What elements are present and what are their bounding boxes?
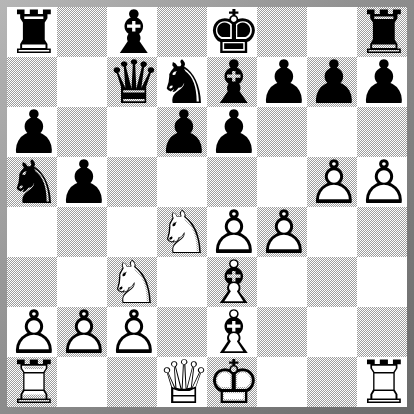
square-f1[interactable] bbox=[257, 357, 307, 407]
square-g4[interactable] bbox=[307, 207, 357, 257]
square-c4[interactable] bbox=[107, 207, 157, 257]
square-b1[interactable] bbox=[57, 357, 107, 407]
square-a8[interactable]: ♜ bbox=[7, 7, 57, 57]
square-a5[interactable]: ♞ bbox=[7, 157, 57, 207]
square-a1[interactable]: ♜♖ bbox=[7, 357, 57, 407]
square-h8[interactable]: ♜ bbox=[357, 7, 407, 57]
black-rook-icon[interactable]: ♜ bbox=[7, 7, 57, 57]
white-bishop-outline: ♗ bbox=[207, 301, 257, 363]
square-h7[interactable]: ♟ bbox=[357, 57, 407, 107]
square-b7[interactable] bbox=[57, 57, 107, 107]
white-rook-icon[interactable]: ♜♖ bbox=[357, 357, 407, 407]
white-rook-outline: ♖ bbox=[357, 351, 407, 413]
square-h3[interactable] bbox=[357, 257, 407, 307]
white-queen-icon[interactable]: ♛♕ bbox=[157, 357, 207, 407]
square-e1[interactable]: ♚♔ bbox=[207, 357, 257, 407]
square-h5[interactable]: ♟♙ bbox=[357, 157, 407, 207]
square-c2[interactable]: ♟♙ bbox=[107, 307, 157, 357]
square-a4[interactable] bbox=[7, 207, 57, 257]
black-knight-icon[interactable]: ♞ bbox=[7, 157, 57, 207]
square-b4[interactable] bbox=[57, 207, 107, 257]
square-d4[interactable]: ♞♘ bbox=[157, 207, 207, 257]
square-f3[interactable] bbox=[257, 257, 307, 307]
white-rook-icon[interactable]: ♜♖ bbox=[7, 357, 57, 407]
square-f7[interactable]: ♟ bbox=[257, 57, 307, 107]
black-bishop-icon[interactable]: ♝ bbox=[107, 7, 157, 57]
white-pawn-icon[interactable]: ♟♙ bbox=[257, 207, 307, 257]
square-h6[interactable] bbox=[357, 107, 407, 157]
black-pawn-icon[interactable]: ♟ bbox=[7, 107, 57, 157]
square-a7[interactable] bbox=[7, 57, 57, 107]
white-pawn-icon[interactable]: ♟♙ bbox=[207, 207, 257, 257]
chess-board: ♜♝♚♜♛♞♝♟♟♟♟♟♟♞♟♟♙♟♙♞♘♟♙♟♙♞♘♝♗♟♙♟♙♟♙♝♗♜♖♛… bbox=[7, 7, 407, 407]
square-h1[interactable]: ♜♖ bbox=[357, 357, 407, 407]
white-pawn-fill: ♟ bbox=[207, 201, 257, 263]
black-queen-body: ♛ bbox=[107, 51, 157, 113]
chess-board-frame: ♜♝♚♜♛♞♝♟♟♟♟♟♟♞♟♟♙♟♙♞♘♟♙♟♙♞♘♝♗♟♙♟♙♟♙♝♗♜♖♛… bbox=[0, 0, 414, 414]
square-b6[interactable] bbox=[57, 107, 107, 157]
white-pawn-icon[interactable]: ♟♙ bbox=[107, 307, 157, 357]
square-g5[interactable]: ♟♙ bbox=[307, 157, 357, 207]
square-f4[interactable]: ♟♙ bbox=[257, 207, 307, 257]
square-d7[interactable]: ♞ bbox=[157, 57, 207, 107]
white-king-fill: ♚ bbox=[207, 351, 257, 413]
square-g7[interactable]: ♟ bbox=[307, 57, 357, 107]
square-f2[interactable] bbox=[257, 307, 307, 357]
white-pawn-fill: ♟ bbox=[57, 301, 107, 363]
square-c6[interactable] bbox=[107, 107, 157, 157]
black-king-icon[interactable]: ♚ bbox=[207, 7, 257, 57]
white-rook-fill: ♜ bbox=[7, 351, 57, 413]
black-pawn-icon[interactable]: ♟ bbox=[207, 107, 257, 157]
square-e3[interactable]: ♝♗ bbox=[207, 257, 257, 307]
white-pawn-outline: ♙ bbox=[257, 201, 307, 263]
square-b5[interactable]: ♟ bbox=[57, 157, 107, 207]
white-rook-outline: ♖ bbox=[7, 351, 57, 413]
square-d1[interactable]: ♛♕ bbox=[157, 357, 207, 407]
white-pawn-outline: ♙ bbox=[357, 151, 407, 213]
square-f6[interactable] bbox=[257, 107, 307, 157]
black-rook-body: ♜ bbox=[357, 1, 407, 63]
white-pawn-fill: ♟ bbox=[307, 151, 357, 213]
white-knight-icon[interactable]: ♞♘ bbox=[107, 257, 157, 307]
square-c5[interactable] bbox=[107, 157, 157, 207]
white-bishop-fill: ♝ bbox=[207, 251, 257, 313]
white-king-icon[interactable]: ♚♔ bbox=[207, 357, 257, 407]
white-knight-fill: ♞ bbox=[157, 201, 207, 263]
black-knight-body: ♞ bbox=[7, 151, 57, 213]
square-a3[interactable] bbox=[7, 257, 57, 307]
square-g8[interactable] bbox=[307, 7, 357, 57]
white-queen-outline: ♕ bbox=[157, 351, 207, 413]
white-knight-icon[interactable]: ♞♘ bbox=[157, 207, 207, 257]
white-bishop-fill: ♝ bbox=[207, 301, 257, 363]
white-pawn-fill: ♟ bbox=[357, 151, 407, 213]
white-knight-fill: ♞ bbox=[107, 251, 157, 313]
black-knight-icon[interactable]: ♞ bbox=[157, 57, 207, 107]
square-h2[interactable] bbox=[357, 307, 407, 357]
square-e2[interactable]: ♝♗ bbox=[207, 307, 257, 357]
square-g6[interactable] bbox=[307, 107, 357, 157]
black-pawn-body: ♟ bbox=[57, 151, 107, 213]
square-c1[interactable] bbox=[107, 357, 157, 407]
white-pawn-outline: ♙ bbox=[307, 151, 357, 213]
black-bishop-body: ♝ bbox=[207, 51, 257, 113]
square-d2[interactable] bbox=[157, 307, 207, 357]
white-knight-outline: ♘ bbox=[157, 201, 207, 263]
black-king-body: ♚ bbox=[207, 1, 257, 63]
black-rook-icon[interactable]: ♜ bbox=[357, 7, 407, 57]
white-king-outline: ♔ bbox=[207, 351, 257, 413]
square-c8[interactable]: ♝ bbox=[107, 7, 157, 57]
black-pawn-body: ♟ bbox=[257, 51, 307, 113]
black-rook-body: ♜ bbox=[7, 1, 57, 63]
square-e8[interactable]: ♚ bbox=[207, 7, 257, 57]
white-pawn-icon[interactable]: ♟♙ bbox=[357, 157, 407, 207]
black-pawn-body: ♟ bbox=[157, 101, 207, 163]
white-pawn-icon[interactable]: ♟♙ bbox=[7, 307, 57, 357]
black-knight-body: ♞ bbox=[157, 51, 207, 113]
square-b2[interactable]: ♟♙ bbox=[57, 307, 107, 357]
white-pawn-icon[interactable]: ♟♙ bbox=[307, 157, 357, 207]
white-pawn-outline: ♙ bbox=[7, 301, 57, 363]
black-bishop-body: ♝ bbox=[107, 1, 157, 63]
black-pawn-body: ♟ bbox=[357, 51, 407, 113]
black-pawn-body: ♟ bbox=[7, 101, 57, 163]
square-d6[interactable]: ♟ bbox=[157, 107, 207, 157]
square-e6[interactable]: ♟ bbox=[207, 107, 257, 157]
black-pawn-icon[interactable]: ♟ bbox=[307, 57, 357, 107]
black-pawn-body: ♟ bbox=[307, 51, 357, 113]
white-pawn-outline: ♙ bbox=[57, 301, 107, 363]
square-f5[interactable] bbox=[257, 157, 307, 207]
white-pawn-fill: ♟ bbox=[107, 301, 157, 363]
white-rook-fill: ♜ bbox=[357, 351, 407, 413]
black-pawn-icon[interactable]: ♟ bbox=[157, 107, 207, 157]
black-pawn-body: ♟ bbox=[207, 101, 257, 163]
white-pawn-outline: ♙ bbox=[207, 201, 257, 263]
square-a6[interactable]: ♟ bbox=[7, 107, 57, 157]
square-d3[interactable] bbox=[157, 257, 207, 307]
square-e4[interactable]: ♟♙ bbox=[207, 207, 257, 257]
white-pawn-fill: ♟ bbox=[257, 201, 307, 263]
black-bishop-icon[interactable]: ♝ bbox=[207, 57, 257, 107]
white-bishop-outline: ♗ bbox=[207, 251, 257, 313]
black-pawn-icon[interactable]: ♟ bbox=[357, 57, 407, 107]
white-bishop-icon[interactable]: ♝♗ bbox=[207, 257, 257, 307]
square-e5[interactable] bbox=[207, 157, 257, 207]
white-pawn-fill: ♟ bbox=[7, 301, 57, 363]
white-pawn-outline: ♙ bbox=[107, 301, 157, 363]
square-g1[interactable] bbox=[307, 357, 357, 407]
square-c3[interactable]: ♞♘ bbox=[107, 257, 157, 307]
square-a2[interactable]: ♟♙ bbox=[7, 307, 57, 357]
square-h4[interactable] bbox=[357, 207, 407, 257]
black-pawn-icon[interactable]: ♟ bbox=[57, 157, 107, 207]
square-d8[interactable] bbox=[157, 7, 207, 57]
white-knight-outline: ♘ bbox=[107, 251, 157, 313]
black-pawn-icon[interactable]: ♟ bbox=[257, 57, 307, 107]
square-g2[interactable] bbox=[307, 307, 357, 357]
square-g3[interactable] bbox=[307, 257, 357, 307]
square-d5[interactable] bbox=[157, 157, 207, 207]
square-f8[interactable] bbox=[257, 7, 307, 57]
square-c7[interactable]: ♛ bbox=[107, 57, 157, 107]
white-queen-fill: ♛ bbox=[157, 351, 207, 413]
square-e7[interactable]: ♝ bbox=[207, 57, 257, 107]
white-bishop-icon[interactable]: ♝♗ bbox=[207, 307, 257, 357]
square-b3[interactable] bbox=[57, 257, 107, 307]
black-queen-icon[interactable]: ♛ bbox=[107, 57, 157, 107]
white-pawn-icon[interactable]: ♟♙ bbox=[57, 307, 107, 357]
square-b8[interactable] bbox=[57, 7, 107, 57]
